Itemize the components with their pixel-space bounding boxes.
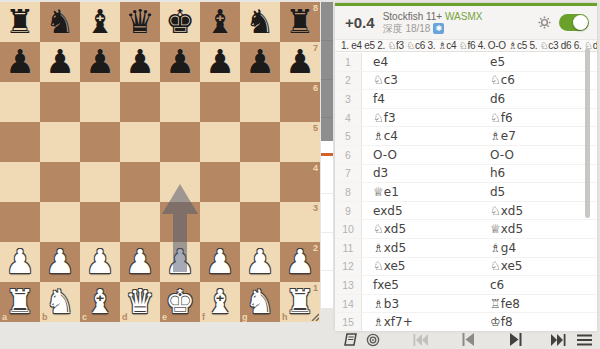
black-knight-b8[interactable]: ♞	[40, 2, 80, 42]
move-white-6[interactable]: O-O	[362, 148, 479, 162]
eval-gauge-midpoint-marker	[321, 153, 333, 156]
move-white-3[interactable]: f4	[362, 92, 479, 106]
black-pawn-e7[interactable]: ♟	[160, 42, 200, 82]
square-b4[interactable]	[40, 162, 80, 202]
square-g2[interactable]: ♟	[240, 242, 280, 282]
move-row-10: 10♘xd5♕xd5	[335, 220, 597, 239]
square-h5[interactable]: 5	[280, 122, 320, 162]
engine-name: Stockfish 11+	[383, 11, 443, 22]
move-number: 7	[335, 165, 362, 183]
square-b3[interactable]	[40, 202, 80, 242]
square-f3[interactable]	[200, 202, 240, 242]
square-h7[interactable]: ♟7	[280, 42, 320, 82]
move-white-2[interactable]: ♘c3	[362, 73, 479, 87]
square-a1[interactable]: ♜a	[0, 282, 40, 322]
square-a3[interactable]	[0, 202, 40, 242]
white-pawn-g2[interactable]: ♟	[240, 242, 280, 282]
toggle-knob	[573, 15, 588, 30]
move-white-8[interactable]: ♕e1	[362, 185, 479, 199]
square-e5[interactable]	[160, 122, 200, 162]
move-row-2: 2♘c3♘c6	[335, 72, 597, 91]
square-h8[interactable]: ♜8	[280, 2, 320, 42]
move-number: 2	[335, 72, 362, 90]
move-row-8: 8♕e1d5	[335, 183, 597, 202]
square-f8[interactable]: ♝	[200, 2, 240, 42]
black-pawn-g7[interactable]: ♟	[240, 42, 280, 82]
engine-header: +0.4 Stockfish 11+ WASMX 深度 18/18 ✱	[335, 6, 597, 39]
engine-depth: 深度 18/18	[383, 23, 431, 35]
square-f2[interactable]: ♟	[200, 242, 240, 282]
white-pawn-h2[interactable]: ♟	[280, 242, 320, 282]
move-black-2[interactable]: ♘c6	[479, 73, 515, 87]
square-e3[interactable]	[160, 202, 200, 242]
white-knight-b1[interactable]: ♞	[40, 282, 80, 322]
square-a4[interactable]	[0, 162, 40, 202]
square-b2[interactable]: ♟	[40, 242, 80, 282]
square-c4[interactable]	[80, 162, 120, 202]
gear-icon[interactable]	[538, 16, 551, 29]
move-row-3: 3f4d6	[335, 90, 597, 109]
move-black-11[interactable]: ♗g4	[479, 241, 516, 255]
white-pawn-d2[interactable]: ♟	[120, 242, 160, 282]
square-c2[interactable]: ♟	[80, 242, 120, 282]
move-number: 13	[335, 276, 362, 294]
move-black-1[interactable]: e5	[479, 55, 505, 69]
square-g6[interactable]	[240, 82, 280, 122]
black-pawn-c7[interactable]: ♟	[80, 42, 120, 82]
square-h3[interactable]: 3	[280, 202, 320, 242]
square-d6[interactable]	[120, 82, 160, 122]
move-white-5[interactable]: ♗c4	[362, 129, 479, 143]
square-g7[interactable]: ♟	[240, 42, 280, 82]
board-resize-handle[interactable]	[310, 312, 319, 321]
square-d7[interactable]: ♟	[120, 42, 160, 82]
black-rook-a8[interactable]: ♜	[0, 2, 40, 42]
move-black-3[interactable]: d6	[479, 92, 505, 106]
move-row-4: 4♘f3♘f6	[335, 109, 597, 128]
square-g5[interactable]	[240, 122, 280, 162]
move-white-4[interactable]: ♘f3	[362, 111, 479, 125]
move-number: 12	[335, 258, 362, 276]
menu-icon[interactable]	[575, 331, 593, 348]
square-c3[interactable]	[80, 202, 120, 242]
square-g8[interactable]: ♞	[240, 2, 280, 42]
nav-last-icon[interactable]	[549, 331, 567, 348]
move-number: 10	[335, 220, 362, 238]
black-king-e8[interactable]: ♚	[160, 2, 200, 42]
white-pawn-e2[interactable]: ♟	[160, 242, 200, 282]
eval-gauge	[321, 2, 333, 308]
square-a2[interactable]: ♟	[0, 242, 40, 282]
move-row-11: 11♗xd5♗g4	[335, 239, 597, 258]
square-f7[interactable]: ♟	[200, 42, 240, 82]
square-d3[interactable]	[120, 202, 160, 242]
coord-rank-4: 4	[313, 163, 318, 173]
move-number: 3	[335, 90, 362, 108]
black-rook-h8[interactable]: ♜	[280, 2, 320, 42]
move-white-10[interactable]: ♘xd5	[362, 222, 479, 236]
square-h6[interactable]: 6	[280, 82, 320, 122]
practice-target-icon[interactable]	[364, 331, 382, 348]
move-black-4[interactable]: ♘f6	[479, 111, 513, 125]
coord-rank-3: 3	[313, 203, 318, 213]
move-black-6[interactable]: O-O	[479, 148, 514, 162]
black-queen-d8[interactable]: ♛	[120, 2, 160, 42]
square-c7[interactable]: ♟	[80, 42, 120, 82]
black-pawn-a7[interactable]: ♟	[0, 42, 40, 82]
black-knight-g8[interactable]: ♞	[240, 2, 280, 42]
square-d2[interactable]: ♟	[120, 242, 160, 282]
chess-board[interactable]: ♜♞♝♛♚♝♞♜8♟♟♟♟♟♟♟♟76543♟♟♟♟♟♟♟♟2♜a♞b♝c♛d♚…	[0, 2, 320, 322]
move-number: 5	[335, 127, 362, 145]
square-f6[interactable]	[200, 82, 240, 122]
move-number: 11	[335, 239, 362, 257]
white-king-e1[interactable]: ♚	[160, 282, 200, 322]
move-white-7[interactable]: d3	[362, 166, 479, 180]
move-black-7[interactable]: h6	[479, 166, 505, 180]
move-row-13: 13fxe5c6	[335, 276, 597, 295]
move-row-5: 5♗c4♗e7	[335, 127, 597, 146]
move-black-10[interactable]: ♕xd5	[479, 222, 523, 236]
analysis-panel: +0.4 Stockfish 11+ WASMX 深度 18/18 ✱	[335, 3, 597, 331]
square-e1[interactable]: ♚e	[160, 282, 200, 322]
eval-score: +0.4	[341, 14, 383, 31]
move-row-1: 1e4e5	[335, 53, 597, 72]
square-e7[interactable]: ♟	[160, 42, 200, 82]
white-bishop-c1[interactable]: ♝	[80, 282, 120, 322]
move-black-12[interactable]: ♘xe5	[479, 259, 523, 273]
black-pawn-b7[interactable]: ♟	[40, 42, 80, 82]
control-bar	[335, 330, 600, 349]
square-f5[interactable]	[200, 122, 240, 162]
white-pawn-f2[interactable]: ♟	[200, 242, 240, 282]
cloud-eval-badge-icon: ✱	[433, 23, 444, 34]
black-pawn-d7[interactable]: ♟	[120, 42, 160, 82]
move-row-14: 14♗b3♖fe8	[335, 295, 597, 314]
move-black-5[interactable]: ♗e7	[479, 129, 516, 143]
square-b7[interactable]: ♟	[40, 42, 80, 82]
square-e2[interactable]: ♟	[160, 242, 200, 282]
move-black-14[interactable]: ♖fe8	[479, 297, 520, 311]
square-g4[interactable]	[240, 162, 280, 202]
square-g3[interactable]	[240, 202, 280, 242]
nav-first-icon[interactable]	[411, 331, 429, 348]
move-row-15: 15♗xf7+♔f8	[335, 313, 597, 331]
square-e6[interactable]	[160, 82, 200, 122]
black-pawn-h7[interactable]: ♟	[280, 42, 320, 82]
move-row-7: 7d3h6	[335, 165, 597, 184]
move-number: 6	[335, 146, 362, 164]
square-e8[interactable]: ♚	[160, 2, 200, 42]
square-a7[interactable]: ♟	[0, 42, 40, 82]
square-c5[interactable]	[80, 122, 120, 162]
move-black-9[interactable]: ♘xd5	[479, 204, 523, 218]
move-row-9: 9exd5♘xd5	[335, 202, 597, 221]
move-white-11[interactable]: ♗xd5	[362, 241, 479, 255]
square-f4[interactable]	[200, 162, 240, 202]
move-row-12: 12♘xe5♘xe5	[335, 258, 597, 277]
square-d5[interactable]	[120, 122, 160, 162]
square-b6[interactable]	[40, 82, 80, 122]
square-d8[interactable]: ♛	[120, 2, 160, 42]
engine-variant: WASMX	[445, 11, 482, 22]
opening-book-icon[interactable]	[341, 331, 359, 348]
move-number: 14	[335, 295, 362, 313]
move-white-12[interactable]: ♘xe5	[362, 259, 479, 273]
square-a8[interactable]: ♜	[0, 2, 40, 42]
square-b1[interactable]: ♞b	[40, 282, 80, 322]
square-d4[interactable]	[120, 162, 160, 202]
move-black-13[interactable]: c6	[479, 278, 504, 292]
move-white-9[interactable]: exd5	[362, 204, 479, 218]
move-white-13[interactable]: fxe5	[362, 278, 479, 292]
white-rook-a1[interactable]: ♜	[0, 282, 40, 322]
eval-gauge-black-share	[321, 2, 333, 141]
square-e4[interactable]	[160, 162, 200, 202]
square-h4[interactable]: 4	[280, 162, 320, 202]
move-black-15[interactable]: ♔f8	[479, 315, 513, 329]
coord-rank-5: 5	[313, 123, 318, 133]
move-list[interactable]: 1e4e52♘c3♘c63f4d64♘f3♘f65♗c4♗e76O-OO-O7d…	[335, 53, 597, 331]
move-white-15[interactable]: ♗xf7+	[362, 315, 479, 329]
white-queen-d1[interactable]: ♛	[120, 282, 160, 322]
square-b8[interactable]: ♞	[40, 2, 80, 42]
engine-toggle[interactable]	[559, 14, 589, 31]
square-a5[interactable]	[0, 122, 40, 162]
engine-pv-line[interactable]: 1. e4 e5 2. ♘f3 ♘c6 3. ♗c4 ♘f6 4. O-O ♗c…	[335, 39, 597, 52]
black-pawn-f7[interactable]: ♟	[200, 42, 240, 82]
square-f1[interactable]: ♝f	[200, 282, 240, 322]
move-black-8[interactable]: d5	[479, 185, 505, 199]
move-number: 4	[335, 109, 362, 127]
move-row-6: 6O-OO-O	[335, 146, 597, 165]
nav-prev-icon[interactable]	[459, 331, 477, 348]
square-c6[interactable]	[80, 82, 120, 122]
white-pawn-a2[interactable]: ♟	[0, 242, 40, 282]
move-white-1[interactable]: e4	[362, 55, 479, 69]
square-h2[interactable]: ♟2	[280, 242, 320, 282]
white-bishop-f1[interactable]: ♝	[200, 282, 240, 322]
move-number: 8	[335, 183, 362, 201]
move-white-14[interactable]: ♗b3	[362, 297, 479, 311]
square-b5[interactable]	[40, 122, 80, 162]
square-c8[interactable]: ♝	[80, 2, 120, 42]
white-pawn-c2[interactable]: ♟	[80, 242, 120, 282]
square-g1[interactable]: ♞g	[240, 282, 280, 322]
square-c1[interactable]: ♝c	[80, 282, 120, 322]
board-grid[interactable]: ♜♞♝♛♚♝♞♜8♟♟♟♟♟♟♟♟76543♟♟♟♟♟♟♟♟2♜a♞b♝c♛d♚…	[0, 2, 320, 322]
white-knight-g1[interactable]: ♞	[240, 282, 280, 322]
square-a6[interactable]	[0, 82, 40, 122]
move-number: 1	[335, 53, 362, 71]
move-number: 15	[335, 313, 362, 331]
square-d1[interactable]: ♛d	[120, 282, 160, 322]
nav-next-icon[interactable]	[507, 331, 525, 348]
black-bishop-f8[interactable]: ♝	[200, 2, 240, 42]
coord-rank-6: 6	[313, 83, 318, 93]
move-list-scrollbar[interactable]	[585, 48, 590, 218]
move-number: 9	[335, 202, 362, 220]
black-bishop-c8[interactable]: ♝	[80, 2, 120, 42]
white-pawn-b2[interactable]: ♟	[40, 242, 80, 282]
